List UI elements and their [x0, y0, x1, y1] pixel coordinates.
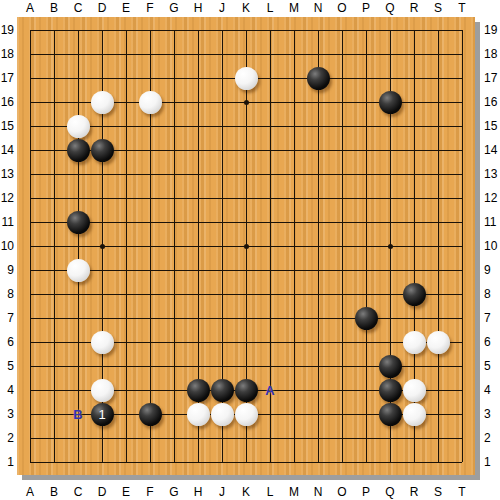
intersection-Q1[interactable] [378, 450, 402, 474]
intersection-L10[interactable] [258, 234, 282, 258]
intersection-D10[interactable] [90, 234, 114, 258]
intersection-N17[interactable] [306, 66, 330, 90]
intersection-G13[interactable] [162, 162, 186, 186]
intersection-D19[interactable] [90, 18, 114, 42]
intersection-J18[interactable] [210, 42, 234, 66]
intersection-S6[interactable] [426, 330, 450, 354]
intersection-D9[interactable] [90, 258, 114, 282]
intersection-N7[interactable] [306, 306, 330, 330]
intersection-A2[interactable] [18, 426, 42, 450]
intersection-N14[interactable] [306, 138, 330, 162]
intersection-M14[interactable] [282, 138, 306, 162]
intersection-L13[interactable] [258, 162, 282, 186]
intersection-N13[interactable] [306, 162, 330, 186]
intersection-C4[interactable] [66, 378, 90, 402]
intersection-B6[interactable] [42, 330, 66, 354]
intersection-N11[interactable] [306, 210, 330, 234]
white-stone-R3[interactable] [403, 403, 426, 426]
intersection-Q10[interactable] [378, 234, 402, 258]
black-stone-H4[interactable] [187, 379, 210, 402]
intersection-P6[interactable] [354, 330, 378, 354]
intersection-P5[interactable] [354, 354, 378, 378]
intersection-P10[interactable] [354, 234, 378, 258]
intersection-N4[interactable] [306, 378, 330, 402]
intersection-T19[interactable] [450, 18, 474, 42]
intersection-H4[interactable] [186, 378, 210, 402]
intersection-Q6[interactable] [378, 330, 402, 354]
intersection-D13[interactable] [90, 162, 114, 186]
intersection-L8[interactable] [258, 282, 282, 306]
intersection-M4[interactable] [282, 378, 306, 402]
white-stone-F16[interactable] [139, 91, 162, 114]
intersection-O11[interactable] [330, 210, 354, 234]
intersection-O5[interactable] [330, 354, 354, 378]
intersection-M15[interactable] [282, 114, 306, 138]
intersection-H12[interactable] [186, 186, 210, 210]
intersection-S10[interactable] [426, 234, 450, 258]
intersection-R12[interactable] [402, 186, 426, 210]
intersection-D3[interactable]: 1 [90, 402, 114, 426]
intersection-S4[interactable] [426, 378, 450, 402]
intersection-T6[interactable] [450, 330, 474, 354]
intersection-D14[interactable] [90, 138, 114, 162]
intersection-H15[interactable] [186, 114, 210, 138]
intersection-S15[interactable] [426, 114, 450, 138]
intersection-K18[interactable] [234, 42, 258, 66]
intersection-M7[interactable] [282, 306, 306, 330]
intersection-F6[interactable] [138, 330, 162, 354]
intersection-Q13[interactable] [378, 162, 402, 186]
intersection-O6[interactable] [330, 330, 354, 354]
intersection-T2[interactable] [450, 426, 474, 450]
intersection-S8[interactable] [426, 282, 450, 306]
intersection-D5[interactable] [90, 354, 114, 378]
intersection-A11[interactable] [18, 210, 42, 234]
intersection-O7[interactable] [330, 306, 354, 330]
black-stone-D3[interactable]: 1 [91, 403, 114, 426]
intersection-J14[interactable] [210, 138, 234, 162]
intersection-O4[interactable] [330, 378, 354, 402]
intersection-R2[interactable] [402, 426, 426, 450]
intersection-N3[interactable] [306, 402, 330, 426]
intersection-A12[interactable] [18, 186, 42, 210]
intersection-T9[interactable] [450, 258, 474, 282]
intersection-L17[interactable] [258, 66, 282, 90]
intersection-G11[interactable] [162, 210, 186, 234]
intersection-P14[interactable] [354, 138, 378, 162]
intersection-C17[interactable] [66, 66, 90, 90]
black-stone-F3[interactable] [139, 403, 162, 426]
intersection-E17[interactable] [114, 66, 138, 90]
intersection-P7[interactable] [354, 306, 378, 330]
intersection-J17[interactable] [210, 66, 234, 90]
intersection-S17[interactable] [426, 66, 450, 90]
intersection-Q17[interactable] [378, 66, 402, 90]
intersection-J3[interactable] [210, 402, 234, 426]
intersection-P15[interactable] [354, 114, 378, 138]
intersection-R18[interactable] [402, 42, 426, 66]
intersection-G15[interactable] [162, 114, 186, 138]
intersection-H3[interactable] [186, 402, 210, 426]
intersection-Q12[interactable] [378, 186, 402, 210]
white-stone-S6[interactable] [427, 331, 450, 354]
intersection-E9[interactable] [114, 258, 138, 282]
intersection-M12[interactable] [282, 186, 306, 210]
intersection-M9[interactable] [282, 258, 306, 282]
intersection-R11[interactable] [402, 210, 426, 234]
intersection-J2[interactable] [210, 426, 234, 450]
intersection-Q5[interactable] [378, 354, 402, 378]
black-stone-Q4[interactable] [379, 379, 402, 402]
intersection-A14[interactable] [18, 138, 42, 162]
intersection-M16[interactable] [282, 90, 306, 114]
intersection-C11[interactable] [66, 210, 90, 234]
intersection-D6[interactable] [90, 330, 114, 354]
intersection-O14[interactable] [330, 138, 354, 162]
intersection-P17[interactable] [354, 66, 378, 90]
intersection-J4[interactable] [210, 378, 234, 402]
intersection-C1[interactable] [66, 450, 90, 474]
intersection-B11[interactable] [42, 210, 66, 234]
intersection-J19[interactable] [210, 18, 234, 42]
intersection-A9[interactable] [18, 258, 42, 282]
intersection-S7[interactable] [426, 306, 450, 330]
intersection-P12[interactable] [354, 186, 378, 210]
intersection-T10[interactable] [450, 234, 474, 258]
intersection-F3[interactable] [138, 402, 162, 426]
intersection-E12[interactable] [114, 186, 138, 210]
intersection-D11[interactable] [90, 210, 114, 234]
intersection-E3[interactable] [114, 402, 138, 426]
intersection-T3[interactable] [450, 402, 474, 426]
intersection-A13[interactable] [18, 162, 42, 186]
intersection-R10[interactable] [402, 234, 426, 258]
intersection-M13[interactable] [282, 162, 306, 186]
intersection-A16[interactable] [18, 90, 42, 114]
intersection-S18[interactable] [426, 42, 450, 66]
intersection-K6[interactable] [234, 330, 258, 354]
intersection-N10[interactable] [306, 234, 330, 258]
intersection-E16[interactable] [114, 90, 138, 114]
intersection-L7[interactable] [258, 306, 282, 330]
intersection-J12[interactable] [210, 186, 234, 210]
intersection-D4[interactable] [90, 378, 114, 402]
intersection-B13[interactable] [42, 162, 66, 186]
intersection-O3[interactable] [330, 402, 354, 426]
intersection-M10[interactable] [282, 234, 306, 258]
intersection-J15[interactable] [210, 114, 234, 138]
intersection-A5[interactable] [18, 354, 42, 378]
intersection-H11[interactable] [186, 210, 210, 234]
intersection-N2[interactable] [306, 426, 330, 450]
intersection-K4[interactable] [234, 378, 258, 402]
intersection-Q18[interactable] [378, 42, 402, 66]
intersection-F12[interactable] [138, 186, 162, 210]
intersection-L14[interactable] [258, 138, 282, 162]
intersection-P9[interactable] [354, 258, 378, 282]
intersection-S5[interactable] [426, 354, 450, 378]
intersection-P8[interactable] [354, 282, 378, 306]
intersection-F13[interactable] [138, 162, 162, 186]
intersection-K5[interactable] [234, 354, 258, 378]
intersection-R3[interactable] [402, 402, 426, 426]
intersection-O13[interactable] [330, 162, 354, 186]
intersection-F8[interactable] [138, 282, 162, 306]
intersection-M19[interactable] [282, 18, 306, 42]
intersection-F1[interactable] [138, 450, 162, 474]
intersection-G3[interactable] [162, 402, 186, 426]
intersection-N1[interactable] [306, 450, 330, 474]
intersection-Q4[interactable] [378, 378, 402, 402]
intersection-Q3[interactable] [378, 402, 402, 426]
intersection-D12[interactable] [90, 186, 114, 210]
intersection-B7[interactable] [42, 306, 66, 330]
intersection-E7[interactable] [114, 306, 138, 330]
intersection-B18[interactable] [42, 42, 66, 66]
intersection-R16[interactable] [402, 90, 426, 114]
intersection-H13[interactable] [186, 162, 210, 186]
intersection-J13[interactable] [210, 162, 234, 186]
intersection-R4[interactable] [402, 378, 426, 402]
intersection-E10[interactable] [114, 234, 138, 258]
intersection-B2[interactable] [42, 426, 66, 450]
intersection-R14[interactable] [402, 138, 426, 162]
intersection-K10[interactable] [234, 234, 258, 258]
intersection-M17[interactable] [282, 66, 306, 90]
intersection-O15[interactable] [330, 114, 354, 138]
intersection-C12[interactable] [66, 186, 90, 210]
intersection-D2[interactable] [90, 426, 114, 450]
intersection-P4[interactable] [354, 378, 378, 402]
intersection-S1[interactable] [426, 450, 450, 474]
intersection-P2[interactable] [354, 426, 378, 450]
intersection-A17[interactable] [18, 66, 42, 90]
intersection-D8[interactable] [90, 282, 114, 306]
intersection-Q2[interactable] [378, 426, 402, 450]
intersection-J10[interactable] [210, 234, 234, 258]
black-stone-Q3[interactable] [379, 403, 402, 426]
intersection-J5[interactable] [210, 354, 234, 378]
intersection-P13[interactable] [354, 162, 378, 186]
intersection-M11[interactable] [282, 210, 306, 234]
intersection-N9[interactable] [306, 258, 330, 282]
intersection-Q8[interactable] [378, 282, 402, 306]
white-stone-C9[interactable] [67, 259, 90, 282]
intersection-Q15[interactable] [378, 114, 402, 138]
intersection-O18[interactable] [330, 42, 354, 66]
white-stone-D16[interactable] [91, 91, 114, 114]
intersection-H18[interactable] [186, 42, 210, 66]
intersection-T5[interactable] [450, 354, 474, 378]
intersection-N18[interactable] [306, 42, 330, 66]
intersection-F16[interactable] [138, 90, 162, 114]
intersection-E19[interactable] [114, 18, 138, 42]
intersection-T15[interactable] [450, 114, 474, 138]
intersection-J11[interactable] [210, 210, 234, 234]
black-stone-N17[interactable] [307, 67, 330, 90]
intersection-G9[interactable] [162, 258, 186, 282]
intersection-F4[interactable] [138, 378, 162, 402]
intersection-R15[interactable] [402, 114, 426, 138]
intersection-J7[interactable] [210, 306, 234, 330]
intersection-L11[interactable] [258, 210, 282, 234]
intersection-E15[interactable] [114, 114, 138, 138]
intersection-R1[interactable] [402, 450, 426, 474]
black-stone-R8[interactable] [403, 283, 426, 306]
black-stone-Q5[interactable] [379, 355, 402, 378]
intersection-B9[interactable] [42, 258, 66, 282]
intersection-L5[interactable] [258, 354, 282, 378]
intersection-O1[interactable] [330, 450, 354, 474]
intersection-C13[interactable] [66, 162, 90, 186]
intersection-A15[interactable] [18, 114, 42, 138]
intersection-D15[interactable] [90, 114, 114, 138]
intersection-H5[interactable] [186, 354, 210, 378]
intersection-G19[interactable] [162, 18, 186, 42]
intersection-C7[interactable] [66, 306, 90, 330]
intersection-T4[interactable] [450, 378, 474, 402]
intersection-A1[interactable] [18, 450, 42, 474]
intersection-F15[interactable] [138, 114, 162, 138]
black-stone-J4[interactable] [211, 379, 234, 402]
intersection-E2[interactable] [114, 426, 138, 450]
intersection-B16[interactable] [42, 90, 66, 114]
intersection-K12[interactable] [234, 186, 258, 210]
intersection-M8[interactable] [282, 282, 306, 306]
intersection-G6[interactable] [162, 330, 186, 354]
intersection-M6[interactable] [282, 330, 306, 354]
intersection-O8[interactable] [330, 282, 354, 306]
intersection-E14[interactable] [114, 138, 138, 162]
white-stone-H3[interactable] [187, 403, 210, 426]
intersection-H19[interactable] [186, 18, 210, 42]
intersection-C18[interactable] [66, 42, 90, 66]
black-stone-P7[interactable] [355, 307, 378, 330]
intersection-Q14[interactable] [378, 138, 402, 162]
intersection-L18[interactable] [258, 42, 282, 66]
intersection-K15[interactable] [234, 114, 258, 138]
intersection-N6[interactable] [306, 330, 330, 354]
intersection-B19[interactable] [42, 18, 66, 42]
intersection-G14[interactable] [162, 138, 186, 162]
intersection-T11[interactable] [450, 210, 474, 234]
intersection-F11[interactable] [138, 210, 162, 234]
intersection-Q11[interactable] [378, 210, 402, 234]
intersection-D1[interactable] [90, 450, 114, 474]
intersection-Q16[interactable] [378, 90, 402, 114]
intersection-D16[interactable] [90, 90, 114, 114]
intersection-F19[interactable] [138, 18, 162, 42]
white-stone-K17[interactable] [235, 67, 258, 90]
intersection-M18[interactable] [282, 42, 306, 66]
white-stone-D4[interactable] [91, 379, 114, 402]
intersection-A7[interactable] [18, 306, 42, 330]
intersection-F9[interactable] [138, 258, 162, 282]
white-stone-J3[interactable] [211, 403, 234, 426]
intersection-O19[interactable] [330, 18, 354, 42]
intersection-R19[interactable] [402, 18, 426, 42]
intersection-F5[interactable] [138, 354, 162, 378]
black-stone-K4[interactable] [235, 379, 258, 402]
intersection-H2[interactable] [186, 426, 210, 450]
intersection-G17[interactable] [162, 66, 186, 90]
black-stone-C11[interactable] [67, 211, 90, 234]
intersection-K2[interactable] [234, 426, 258, 450]
intersection-D7[interactable] [90, 306, 114, 330]
intersection-T7[interactable] [450, 306, 474, 330]
intersection-O2[interactable] [330, 426, 354, 450]
intersection-O17[interactable] [330, 66, 354, 90]
intersection-B17[interactable] [42, 66, 66, 90]
intersection-K7[interactable] [234, 306, 258, 330]
intersection-G1[interactable] [162, 450, 186, 474]
intersection-T17[interactable] [450, 66, 474, 90]
intersection-R5[interactable] [402, 354, 426, 378]
intersection-J8[interactable] [210, 282, 234, 306]
intersection-G16[interactable] [162, 90, 186, 114]
intersection-B5[interactable] [42, 354, 66, 378]
black-stone-C14[interactable] [67, 139, 90, 162]
intersection-K17[interactable] [234, 66, 258, 90]
intersection-H6[interactable] [186, 330, 210, 354]
white-stone-D6[interactable] [91, 331, 114, 354]
intersection-F18[interactable] [138, 42, 162, 66]
intersection-B12[interactable] [42, 186, 66, 210]
intersection-E8[interactable] [114, 282, 138, 306]
intersection-E11[interactable] [114, 210, 138, 234]
intersection-B3[interactable] [42, 402, 66, 426]
intersection-L4[interactable]: A [258, 378, 282, 402]
intersection-G10[interactable] [162, 234, 186, 258]
intersection-K19[interactable] [234, 18, 258, 42]
intersection-R13[interactable] [402, 162, 426, 186]
intersection-P11[interactable] [354, 210, 378, 234]
black-stone-Q16[interactable] [379, 91, 402, 114]
intersection-J9[interactable] [210, 258, 234, 282]
intersection-S13[interactable] [426, 162, 450, 186]
intersection-H17[interactable] [186, 66, 210, 90]
intersection-T1[interactable] [450, 450, 474, 474]
intersection-S12[interactable] [426, 186, 450, 210]
intersection-F10[interactable] [138, 234, 162, 258]
intersection-H16[interactable] [186, 90, 210, 114]
intersection-O16[interactable] [330, 90, 354, 114]
intersection-K8[interactable] [234, 282, 258, 306]
intersection-B8[interactable] [42, 282, 66, 306]
intersection-B10[interactable] [42, 234, 66, 258]
intersection-F17[interactable] [138, 66, 162, 90]
intersection-L9[interactable] [258, 258, 282, 282]
intersection-B15[interactable] [42, 114, 66, 138]
intersection-L16[interactable] [258, 90, 282, 114]
intersection-A19[interactable] [18, 18, 42, 42]
intersection-L19[interactable] [258, 18, 282, 42]
intersection-B4[interactable] [42, 378, 66, 402]
intersection-F14[interactable] [138, 138, 162, 162]
intersection-Q19[interactable] [378, 18, 402, 42]
intersection-P3[interactable] [354, 402, 378, 426]
intersection-A18[interactable] [18, 42, 42, 66]
intersection-T13[interactable] [450, 162, 474, 186]
intersection-Q7[interactable] [378, 306, 402, 330]
intersection-H8[interactable] [186, 282, 210, 306]
intersection-N15[interactable] [306, 114, 330, 138]
intersection-C10[interactable] [66, 234, 90, 258]
intersection-P16[interactable] [354, 90, 378, 114]
intersection-C5[interactable] [66, 354, 90, 378]
intersection-A6[interactable] [18, 330, 42, 354]
intersection-S9[interactable] [426, 258, 450, 282]
